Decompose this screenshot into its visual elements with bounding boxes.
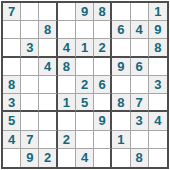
sudoku-cell-r2c5[interactable] [76, 21, 94, 39]
sudoku-cell-r4c1[interactable] [3, 58, 21, 76]
sudoku-cell-r6c9[interactable] [149, 94, 167, 112]
sudoku-cell-r5c1[interactable]: 8 [3, 76, 21, 94]
sudoku-cell-r4c9[interactable] [149, 58, 167, 76]
sudoku-cell-r7c1[interactable]: 5 [3, 112, 21, 130]
sudoku-cell-r4c2[interactable] [21, 58, 39, 76]
sudoku-cell-r3c4[interactable]: 4 [58, 39, 76, 57]
sudoku-cell-r4c5[interactable] [76, 58, 94, 76]
sudoku-cell-r8c5[interactable] [76, 131, 94, 149]
sudoku-cell-r3c9[interactable]: 8 [149, 39, 167, 57]
sudoku-cell-r8c3[interactable] [39, 131, 57, 149]
sudoku-cell-r5c2[interactable] [21, 76, 39, 94]
sudoku-cell-r9c9[interactable] [149, 149, 167, 167]
sudoku-cell-r5c4[interactable] [58, 76, 76, 94]
sudoku-cell-r6c5[interactable]: 5 [76, 94, 94, 112]
sudoku-cell-r2c2[interactable] [21, 21, 39, 39]
sudoku-cell-r2c8[interactable]: 4 [131, 21, 149, 39]
sudoku-cell-r8c4[interactable]: 2 [58, 131, 76, 149]
sudoku-cell-r8c9[interactable] [149, 131, 167, 149]
sudoku-cell-r5c6[interactable]: 6 [94, 76, 112, 94]
sudoku-cell-r6c7[interactable]: 8 [112, 94, 130, 112]
sudoku-cell-r7c8[interactable]: 3 [131, 112, 149, 130]
sudoku-cell-r3c5[interactable]: 1 [76, 39, 94, 57]
sudoku-cell-r7c4[interactable] [58, 112, 76, 130]
sudoku-cell-r9c7[interactable] [112, 149, 130, 167]
sudoku-cell-r5c3[interactable] [39, 76, 57, 94]
sudoku-cell-r4c6[interactable] [94, 58, 112, 76]
sudoku-cell-r2c6[interactable] [94, 21, 112, 39]
sudoku-cell-r6c4[interactable]: 1 [58, 94, 76, 112]
sudoku-cell-r7c6[interactable]: 9 [94, 112, 112, 130]
sudoku-cell-r2c9[interactable]: 9 [149, 21, 167, 39]
sudoku-cell-r9c8[interactable]: 8 [131, 149, 149, 167]
sudoku-cell-r5c8[interactable] [131, 76, 149, 94]
sudoku-cell-r9c6[interactable] [94, 149, 112, 167]
sudoku-cell-r2c1[interactable] [3, 21, 21, 39]
sudoku-cell-r9c1[interactable] [3, 149, 21, 167]
sudoku-cell-r5c9[interactable]: 3 [149, 76, 167, 94]
sudoku-cell-r8c1[interactable]: 4 [3, 131, 21, 149]
sudoku-cell-r1c3[interactable] [39, 3, 57, 21]
sudoku-cell-r6c1[interactable]: 3 [3, 94, 21, 112]
sudoku-cell-r7c7[interactable] [112, 112, 130, 130]
sudoku-cell-r8c2[interactable]: 7 [21, 131, 39, 149]
sudoku-cell-r7c2[interactable] [21, 112, 39, 130]
sudoku-cell-r4c4[interactable]: 8 [58, 58, 76, 76]
sudoku-cell-r7c3[interactable] [39, 112, 57, 130]
sudoku-board: 79818649341284896826331587593447219248 [1, 1, 169, 169]
sudoku-cell-r4c3[interactable]: 4 [39, 58, 57, 76]
sudoku-cell-r3c3[interactable] [39, 39, 57, 57]
sudoku-cell-r1c7[interactable] [112, 3, 130, 21]
sudoku-cell-r9c2[interactable]: 9 [21, 149, 39, 167]
sudoku-cell-r8c6[interactable] [94, 131, 112, 149]
sudoku-cell-r2c4[interactable] [58, 21, 76, 39]
sudoku-cell-r5c7[interactable] [112, 76, 130, 94]
sudoku-cell-r8c8[interactable] [131, 131, 149, 149]
sudoku-cell-r7c9[interactable]: 4 [149, 112, 167, 130]
sudoku-cell-r9c5[interactable]: 4 [76, 149, 94, 167]
sudoku-cell-r6c2[interactable] [21, 94, 39, 112]
sudoku-cell-r5c5[interactable]: 2 [76, 76, 94, 94]
sudoku-cell-r9c3[interactable]: 2 [39, 149, 57, 167]
sudoku-cell-r6c3[interactable] [39, 94, 57, 112]
sudoku-cell-r3c2[interactable]: 3 [21, 39, 39, 57]
sudoku-page: 79818649341284896826331587593447219248 [0, 0, 170, 170]
sudoku-cell-r6c8[interactable]: 7 [131, 94, 149, 112]
sudoku-cell-r4c8[interactable]: 6 [131, 58, 149, 76]
sudoku-cell-r1c4[interactable] [58, 3, 76, 21]
sudoku-cell-r2c7[interactable]: 6 [112, 21, 130, 39]
sudoku-cell-r4c7[interactable]: 9 [112, 58, 130, 76]
sudoku-cell-r3c6[interactable]: 2 [94, 39, 112, 57]
sudoku-cell-r1c2[interactable] [21, 3, 39, 21]
sudoku-cell-r3c7[interactable] [112, 39, 130, 57]
sudoku-cell-r7c5[interactable] [76, 112, 94, 130]
sudoku-cell-r9c4[interactable] [58, 149, 76, 167]
sudoku-cell-r1c8[interactable] [131, 3, 149, 21]
sudoku-cell-r3c8[interactable] [131, 39, 149, 57]
sudoku-cell-r1c6[interactable]: 8 [94, 3, 112, 21]
sudoku-cell-r1c1[interactable]: 7 [3, 3, 21, 21]
sudoku-cell-r3c1[interactable] [3, 39, 21, 57]
sudoku-cell-r2c3[interactable]: 8 [39, 21, 57, 39]
sudoku-cell-r8c7[interactable]: 1 [112, 131, 130, 149]
sudoku-cell-r1c9[interactable]: 1 [149, 3, 167, 21]
sudoku-cell-r6c6[interactable] [94, 94, 112, 112]
sudoku-cell-r1c5[interactable]: 9 [76, 3, 94, 21]
